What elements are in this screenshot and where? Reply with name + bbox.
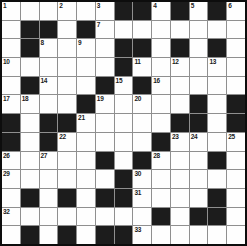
cell-r3c3[interactable] xyxy=(58,58,76,76)
cell-r5c2[interactable] xyxy=(40,95,58,113)
cell-r7c5[interactable] xyxy=(96,133,114,151)
clue-number-24: 24 xyxy=(191,133,198,141)
cell-r8c1[interactable] xyxy=(21,152,39,170)
clue-number-28: 28 xyxy=(153,152,160,160)
cell-r1c11[interactable] xyxy=(208,21,226,39)
cell-r5c0[interactable]: 17 xyxy=(2,95,20,113)
black-cell-r10c5 xyxy=(96,189,114,207)
clue-number-5: 5 xyxy=(191,2,194,10)
cell-r10c8[interactable] xyxy=(152,189,170,207)
cell-r12c11[interactable] xyxy=(208,226,226,244)
cell-r6c7[interactable] xyxy=(133,114,151,132)
cell-r3c11[interactable]: 13 xyxy=(208,58,226,76)
cell-r7c1[interactable] xyxy=(21,133,39,151)
cell-r10c2[interactable] xyxy=(40,189,58,207)
cell-r3c10[interactable] xyxy=(190,58,208,76)
black-cell-r6c10 xyxy=(190,114,208,132)
clue-number-7: 7 xyxy=(97,21,100,29)
clue-number-27: 27 xyxy=(41,152,48,160)
cell-r1c0[interactable] xyxy=(2,21,20,39)
black-cell-r4c7 xyxy=(133,77,151,95)
black-cell-r2c9 xyxy=(171,39,189,57)
cell-r11c5[interactable] xyxy=(96,208,114,226)
clue-number-9: 9 xyxy=(78,39,81,47)
cell-r7c3[interactable]: 22 xyxy=(58,133,76,151)
cell-r0c3[interactable]: 2 xyxy=(58,2,76,20)
black-cell-r6c2 xyxy=(40,114,58,132)
cell-r4c2[interactable]: 14 xyxy=(40,77,58,95)
cell-r9c12[interactable] xyxy=(227,170,245,188)
black-cell-r1c1 xyxy=(21,21,39,39)
cell-r4c3[interactable] xyxy=(58,77,76,95)
cell-r1c12[interactable] xyxy=(227,21,245,39)
clue-number-29: 29 xyxy=(3,170,10,178)
cell-r3c5[interactable] xyxy=(96,58,114,76)
black-cell-r2c11 xyxy=(208,39,226,57)
cell-r1c9[interactable] xyxy=(171,21,189,39)
clue-number-19: 19 xyxy=(97,95,104,103)
cell-r12c7[interactable]: 33 xyxy=(133,226,151,244)
cell-r4c9[interactable] xyxy=(171,77,189,95)
cell-r3c7[interactable]: 11 xyxy=(133,58,151,76)
black-cell-r9c6 xyxy=(115,170,133,188)
cell-r4c12[interactable] xyxy=(227,77,245,95)
black-cell-r11c10 xyxy=(190,208,208,226)
cell-r6c1[interactable] xyxy=(21,114,39,132)
clue-number-23: 23 xyxy=(172,133,179,141)
black-cell-r2c1 xyxy=(21,39,39,57)
black-cell-r12c6 xyxy=(115,226,133,244)
cell-r11c12[interactable] xyxy=(227,208,245,226)
cell-r1c5[interactable]: 7 xyxy=(96,21,114,39)
cell-r11c2[interactable] xyxy=(40,208,58,226)
clue-number-20: 20 xyxy=(134,95,141,103)
cell-r1c7[interactable] xyxy=(133,21,151,39)
cell-r2c8[interactable] xyxy=(152,39,170,57)
cell-r6c6[interactable] xyxy=(115,114,133,132)
cell-r11c7[interactable] xyxy=(133,208,151,226)
cell-r5c8[interactable] xyxy=(152,95,170,113)
cell-r3c0[interactable]: 10 xyxy=(2,58,20,76)
cell-r5c9[interactable] xyxy=(171,95,189,113)
cell-r5c6[interactable] xyxy=(115,95,133,113)
cell-r12c8[interactable] xyxy=(152,226,170,244)
crossword-puzzle: 1234567891011121314151617181920212223242… xyxy=(0,0,247,246)
black-cell-r2c7 xyxy=(133,39,151,57)
black-cell-r10c1 xyxy=(21,189,39,207)
clue-number-18: 18 xyxy=(22,95,29,103)
crossword-board: 1234567891011121314151617181920212223242… xyxy=(0,0,247,246)
cell-r1c10[interactable] xyxy=(190,21,208,39)
cell-r11c1[interactable] xyxy=(21,208,39,226)
cell-r8c8[interactable]: 28 xyxy=(152,152,170,170)
cell-r9c1[interactable] xyxy=(21,170,39,188)
cell-r2c4[interactable]: 9 xyxy=(77,39,95,57)
cell-r0c0[interactable]: 1 xyxy=(2,2,20,20)
cell-r4c10[interactable] xyxy=(190,77,208,95)
cell-r4c6[interactable]: 15 xyxy=(115,77,133,95)
clue-number-10: 10 xyxy=(3,58,10,66)
cell-r9c0[interactable]: 29 xyxy=(2,170,20,188)
cell-r6c5[interactable] xyxy=(96,114,114,132)
black-cell-r6c3 xyxy=(58,114,76,132)
cell-r9c10[interactable] xyxy=(190,170,208,188)
clue-number-3: 3 xyxy=(97,2,100,10)
clue-number-8: 8 xyxy=(41,39,44,47)
cell-r8c12[interactable] xyxy=(227,152,245,170)
cell-r8c3[interactable] xyxy=(58,152,76,170)
cell-r11c4[interactable] xyxy=(77,208,95,226)
clue-number-12: 12 xyxy=(172,58,179,66)
cell-r0c2[interactable] xyxy=(40,2,58,20)
cell-r3c12[interactable] xyxy=(227,58,245,76)
cell-r7c12[interactable]: 25 xyxy=(227,133,245,151)
cell-r10c0[interactable] xyxy=(2,189,20,207)
black-cell-r8c7 xyxy=(133,152,151,170)
black-cell-r2c6 xyxy=(115,39,133,57)
clue-number-25: 25 xyxy=(228,133,235,141)
cell-r5c3[interactable] xyxy=(58,95,76,113)
black-cell-r4c5 xyxy=(96,77,114,95)
black-cell-r7c2 xyxy=(40,133,58,151)
cell-r9c7[interactable]: 30 xyxy=(133,170,151,188)
clue-number-16: 16 xyxy=(153,77,160,85)
cell-r9c3[interactable] xyxy=(58,170,76,188)
cell-r8c4[interactable] xyxy=(77,152,95,170)
cell-r12c2[interactable] xyxy=(40,226,58,244)
cell-r7c4[interactable] xyxy=(77,133,95,151)
cell-r9c11[interactable] xyxy=(208,170,226,188)
black-cell-r11c8 xyxy=(152,208,170,226)
cell-r10c4[interactable] xyxy=(77,189,95,207)
cell-r11c0[interactable]: 32 xyxy=(2,208,20,226)
black-cell-r5c4 xyxy=(77,95,95,113)
cell-r3c8[interactable] xyxy=(152,58,170,76)
clue-number-13: 13 xyxy=(209,58,216,66)
black-cell-r5c12 xyxy=(227,95,245,113)
cell-r4c0[interactable] xyxy=(2,77,20,95)
cell-r7c9[interactable]: 23 xyxy=(171,133,189,151)
cell-r1c8[interactable] xyxy=(152,21,170,39)
cell-r0c5[interactable]: 3 xyxy=(96,2,114,20)
cell-r2c3[interactable] xyxy=(58,39,76,57)
clue-number-6: 6 xyxy=(228,2,231,10)
cell-r12c12[interactable] xyxy=(227,226,245,244)
cell-r12c9[interactable] xyxy=(171,226,189,244)
black-cell-r0c6 xyxy=(115,2,133,20)
clue-number-32: 32 xyxy=(3,208,10,216)
cell-r9c9[interactable] xyxy=(171,170,189,188)
black-cell-r0c7 xyxy=(133,2,151,20)
cell-r1c6[interactable] xyxy=(115,21,133,39)
black-cell-r0c9 xyxy=(171,2,189,20)
black-cell-r1c4 xyxy=(77,21,95,39)
cell-r5c5[interactable]: 19 xyxy=(96,95,114,113)
clue-number-26: 26 xyxy=(3,152,10,160)
cell-r6c4[interactable]: 21 xyxy=(77,114,95,132)
cell-r0c4[interactable] xyxy=(77,2,95,20)
cell-r12c0[interactable] xyxy=(2,226,20,244)
black-cell-r6c12 xyxy=(227,114,245,132)
cell-r2c2[interactable]: 8 xyxy=(40,39,58,57)
cell-r4c11[interactable] xyxy=(208,77,226,95)
cell-r10c12[interactable] xyxy=(227,189,245,207)
clue-number-1: 1 xyxy=(3,2,6,10)
cell-r2c5[interactable] xyxy=(96,39,114,57)
cell-r9c5[interactable] xyxy=(96,170,114,188)
cell-r9c4[interactable] xyxy=(77,170,95,188)
cell-r8c2[interactable]: 27 xyxy=(40,152,58,170)
cell-r7c10[interactable]: 24 xyxy=(190,133,208,151)
cell-r7c6[interactable] xyxy=(115,133,133,151)
cell-r2c12[interactable] xyxy=(227,39,245,57)
clue-number-22: 22 xyxy=(59,133,66,141)
cell-r4c8[interactable]: 16 xyxy=(152,77,170,95)
clue-number-4: 4 xyxy=(153,2,156,10)
black-cell-r11c11 xyxy=(208,208,226,226)
cell-r0c1[interactable] xyxy=(21,2,39,20)
cell-r3c1[interactable] xyxy=(21,58,39,76)
cell-r9c8[interactable] xyxy=(152,170,170,188)
black-cell-r8c5 xyxy=(96,152,114,170)
clue-number-14: 14 xyxy=(41,77,48,85)
cell-r3c9[interactable]: 12 xyxy=(171,58,189,76)
cell-r6c11[interactable] xyxy=(208,114,226,132)
cell-r12c10[interactable] xyxy=(190,226,208,244)
black-cell-r8c11 xyxy=(208,152,226,170)
cell-r0c8[interactable]: 4 xyxy=(152,2,170,20)
clue-number-15: 15 xyxy=(116,77,123,85)
cell-r8c10[interactable] xyxy=(190,152,208,170)
clue-number-17: 17 xyxy=(3,95,10,103)
black-cell-r0c11 xyxy=(208,2,226,20)
cell-r10c10[interactable] xyxy=(190,189,208,207)
black-cell-r7c0 xyxy=(2,133,20,151)
clue-number-31: 31 xyxy=(134,189,141,197)
black-cell-r12c1 xyxy=(21,226,39,244)
black-cell-r12c5 xyxy=(96,226,114,244)
clue-number-21: 21 xyxy=(78,114,85,122)
cell-r7c11[interactable] xyxy=(208,133,226,151)
cell-r11c3[interactable] xyxy=(58,208,76,226)
clue-number-11: 11 xyxy=(134,58,140,66)
black-cell-r10c6 xyxy=(115,189,133,207)
cell-r0c10[interactable]: 5 xyxy=(190,2,208,20)
cell-r8c6[interactable] xyxy=(115,152,133,170)
black-cell-r6c0 xyxy=(2,114,20,132)
black-cell-r5c10 xyxy=(190,95,208,113)
cell-r3c2[interactable] xyxy=(40,58,58,76)
cell-r8c9[interactable] xyxy=(171,152,189,170)
clue-number-33: 33 xyxy=(134,226,141,234)
cell-r8c0[interactable]: 26 xyxy=(2,152,20,170)
black-cell-r6c9 xyxy=(171,114,189,132)
cell-r0c12[interactable]: 6 xyxy=(227,2,245,20)
cell-r2c0[interactable] xyxy=(2,39,20,57)
cell-r11c6[interactable] xyxy=(115,208,133,226)
cell-r9c2[interactable] xyxy=(40,170,58,188)
black-cell-r3c6 xyxy=(115,58,133,76)
cell-r6c8[interactable] xyxy=(152,114,170,132)
clue-number-2: 2 xyxy=(59,2,62,10)
cell-r5c1[interactable]: 18 xyxy=(21,95,39,113)
black-cell-r1c2 xyxy=(40,21,58,39)
cell-r5c7[interactable]: 20 xyxy=(133,95,151,113)
cell-r7c7[interactable] xyxy=(133,133,151,151)
cell-r11c9[interactable] xyxy=(171,208,189,226)
black-cell-r10c3 xyxy=(58,189,76,207)
cell-r10c7[interactable]: 31 xyxy=(133,189,151,207)
clue-number-30: 30 xyxy=(134,170,141,178)
cell-r10c9[interactable] xyxy=(171,189,189,207)
black-cell-r7c8 xyxy=(152,133,170,151)
black-cell-r4c1 xyxy=(21,77,39,95)
cell-r2c10[interactable] xyxy=(190,39,208,57)
cell-r12c4[interactable] xyxy=(77,226,95,244)
black-cell-r10c11 xyxy=(208,189,226,207)
cell-r5c11[interactable] xyxy=(208,95,226,113)
cell-r1c3[interactable] xyxy=(58,21,76,39)
black-cell-r12c3 xyxy=(58,226,76,244)
cell-r4c4[interactable] xyxy=(77,77,95,95)
cell-r3c4[interactable] xyxy=(77,58,95,76)
